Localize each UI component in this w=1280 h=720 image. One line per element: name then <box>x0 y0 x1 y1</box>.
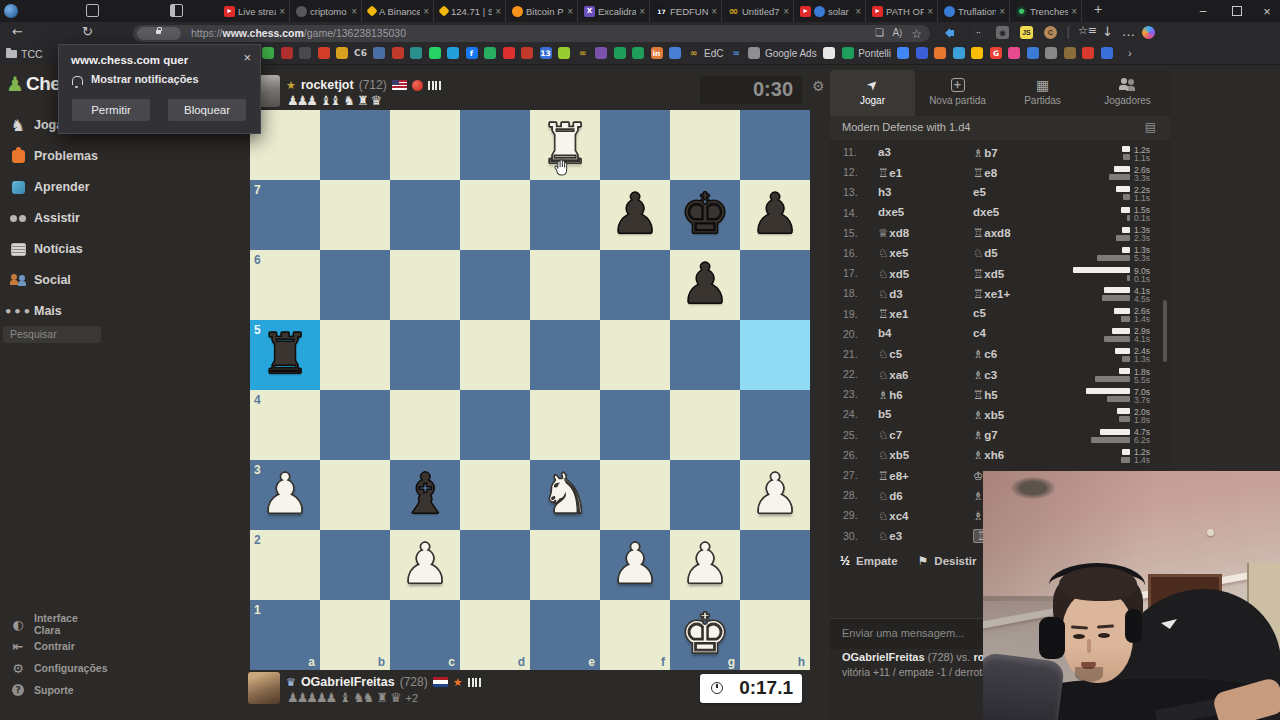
bookmark-favicon[interactable] <box>916 47 928 59</box>
bookmark-favicon[interactable] <box>669 47 681 59</box>
white-pawn[interactable]: ♟ <box>390 530 460 600</box>
white-move[interactable]: ♕xd8 <box>878 226 909 240</box>
square-d6[interactable] <box>460 250 530 320</box>
square-a5[interactable]: 5♜ <box>250 320 320 390</box>
divider: | <box>1066 24 1070 39</box>
infinity-favicon: ∞ <box>728 6 739 17</box>
sidebar-item-problemas[interactable]: Problemas <box>0 143 105 169</box>
player-bottom-rating: (728) <box>400 675 428 689</box>
white-move[interactable]: ♘xd5 <box>878 267 909 281</box>
tab-close-icon[interactable]: × <box>999 6 1005 17</box>
bookmark-favicon[interactable]: ∞ <box>730 47 742 59</box>
binance-favicon <box>438 5 449 16</box>
yt-favicon <box>224 6 235 17</box>
white-move[interactable]: ♘c7 <box>878 428 902 442</box>
square-d8[interactable] <box>460 110 530 180</box>
panel-tab-jogadores[interactable]: Jogadores <box>1085 70 1170 116</box>
bookmark-favicon[interactable] <box>410 47 422 59</box>
bookmark-favicon[interactable]: f <box>466 47 478 59</box>
copilot-icon[interactable] <box>1142 26 1155 39</box>
bookmark-favicon[interactable] <box>1045 47 1057 59</box>
file-label: e <box>588 655 595 669</box>
white-pawn[interactable]: ♟ <box>740 460 810 530</box>
square-d2[interactable] <box>460 530 530 600</box>
star-flair-icon: ★ <box>286 79 296 92</box>
move-row[interactable]: 15.♕xd8♖axd81.3s2.3s <box>830 224 1170 244</box>
sidebar-footer-suporte[interactable]: ?Suporte <box>0 679 105 701</box>
black-rook[interactable]: ♜ <box>250 320 320 390</box>
white-move[interactable]: b5 <box>878 408 891 420</box>
bookmark-favicon[interactable] <box>748 47 760 59</box>
bookmark-favicon[interactable] <box>1082 47 1094 59</box>
browser-tab[interactable]: Bitcoin P× <box>506 0 578 22</box>
black-move[interactable]: ♖xe1+ <box>973 287 1010 301</box>
bookmark-favicon[interactable]: G <box>990 47 1002 59</box>
square-e3[interactable]: ♞ <box>530 460 600 530</box>
captured-piece-group: ♞♞ <box>353 690 372 705</box>
square-g6[interactable]: ♟ <box>670 250 740 320</box>
bookmark-favicon[interactable] <box>897 47 909 59</box>
folder-icon <box>6 50 17 58</box>
white-pawn[interactable]: ♟ <box>670 530 740 600</box>
btc-favicon <box>512 6 523 17</box>
black-move[interactable]: ♖h5 <box>973 388 998 402</box>
tab-close-icon[interactable]: × <box>783 6 789 17</box>
move-row[interactable]: 11.a3♗b71.2s1.1s <box>830 143 1170 163</box>
move-row[interactable]: 17.♘xd5♖xd59.0s0.1s <box>830 264 1170 284</box>
bookmark-favicon[interactable] <box>595 47 607 59</box>
square-h1[interactable]: h <box>740 600 810 670</box>
bookmarks-overflow-icon[interactable]: › <box>1128 47 1132 59</box>
black-pawn[interactable]: ♟ <box>600 180 670 250</box>
black-move[interactable]: ♖xd5 <box>973 267 1004 281</box>
url-text: https://www.chess.com/game/136238135030 <box>191 27 406 39</box>
more-menu-icon[interactable]: … <box>1122 24 1135 39</box>
sidebar-item-mais[interactable]: •••Mais <box>0 298 105 324</box>
move-row[interactable]: 16.♘xe5♘d51.3s5.3s <box>830 244 1170 264</box>
square-h6[interactable] <box>740 250 810 320</box>
square-a3[interactable]: 3♟ <box>250 460 320 530</box>
popup-title: www.chess.com quer <box>71 54 188 66</box>
connection-bars-icon <box>468 678 481 687</box>
back-icon[interactable]: ← <box>12 24 23 39</box>
search-input[interactable]: Pesquisar <box>3 326 101 343</box>
bookmark-favicon[interactable] <box>614 47 626 59</box>
black-move[interactable]: e5 <box>973 186 986 198</box>
square-e7[interactable] <box>530 180 600 250</box>
bookmark-favicon[interactable] <box>632 47 644 59</box>
black-move[interactable]: ♗xb5 <box>973 408 1004 422</box>
black-bishop[interactable]: ♝ <box>390 460 460 530</box>
bookmark-favicon[interactable] <box>262 47 274 59</box>
black-pawn[interactable]: ♟ <box>670 250 740 320</box>
tab-close-icon[interactable]: × <box>351 6 357 17</box>
panel-tab-partidas[interactable]: ▦Partidas <box>1000 70 1085 116</box>
square-h4[interactable] <box>740 390 810 460</box>
move-row[interactable]: 23.♗h6♖h57.0s3.7s <box>830 385 1170 405</box>
draw-button[interactable]: ½ Empate <box>840 554 898 568</box>
extension-js-icon[interactable]: JS <box>1020 26 1033 39</box>
move-row[interactable]: 12.♖e1♖e82.6s3.3s <box>830 163 1170 183</box>
white-move[interactable]: ♖e8+ <box>878 469 909 483</box>
site-permissions-chip[interactable] <box>137 27 181 40</box>
favorite-star-icon[interactable]: ☆ <box>911 27 922 41</box>
browser-tab[interactable]: A Binance× <box>362 0 434 22</box>
read-aloud-icon[interactable]: A) <box>893 27 902 38</box>
social-icon <box>10 272 26 288</box>
square-e4[interactable] <box>530 390 600 460</box>
white-move[interactable]: ♘d6 <box>878 489 903 503</box>
bookmark-favicon[interactable] <box>842 47 854 59</box>
bookmark-favicon[interactable] <box>1064 47 1076 59</box>
excalidraw-favicon: X <box>584 6 595 17</box>
square-b4[interactable] <box>320 390 390 460</box>
white-move[interactable]: a3 <box>878 146 891 158</box>
square-g1[interactable]: g♚ <box>670 600 740 670</box>
bookmark-favicon[interactable] <box>503 47 515 59</box>
news-icon <box>10 241 26 257</box>
square-e5[interactable] <box>530 320 600 390</box>
microphone <box>983 652 1065 720</box>
tab-close-icon[interactable]: × <box>639 6 645 17</box>
browser-profile-icon[interactable] <box>4 4 18 18</box>
footer-icon: ⇤ <box>10 638 26 654</box>
square-c2[interactable]: ♟ <box>390 530 460 600</box>
bookmark-favicon[interactable] <box>484 47 496 59</box>
captured-piece-group: ♝ <box>339 690 349 705</box>
black-move[interactable]: ♗c3 <box>973 368 997 382</box>
bookmark-favicon[interactable] <box>521 47 533 59</box>
player-top-name[interactable]: rocketjot <box>301 78 354 92</box>
white-pawn[interactable]: ♟ <box>600 530 670 600</box>
allow-button[interactable]: Permitir <box>72 99 150 121</box>
browser-tab[interactable]: Truflation× <box>938 0 1010 22</box>
captured-piece-group: ♞ <box>343 93 353 108</box>
logo-pawn-icon: ♟ <box>6 72 24 96</box>
bookmark-favicon[interactable] <box>447 47 459 59</box>
square-h7[interactable]: ♟ <box>740 180 810 250</box>
bookmark-favicon[interactable] <box>1101 47 1113 59</box>
square-h3[interactable]: ♟ <box>740 460 810 530</box>
black-move[interactable]: ♗g7 <box>973 428 998 442</box>
browser-tab[interactable]: XExcalidra× <box>578 0 650 22</box>
white-move[interactable]: ♘xe5 <box>878 246 909 260</box>
white-move[interactable]: b4 <box>878 327 891 339</box>
square-e6[interactable] <box>530 250 600 320</box>
browser-tab[interactable]: criptomo× <box>290 0 362 22</box>
move-row[interactable]: 19.♖xe1c52.6s1.4s <box>830 305 1170 325</box>
site-favicon <box>814 6 825 17</box>
square-d5[interactable] <box>460 320 530 390</box>
move-row[interactable]: 14.dxe5dxe51.5s0.1s <box>830 204 1170 224</box>
move-row[interactable]: 18.♘d3♖xe1+4.1s4.5s <box>830 284 1170 304</box>
black-move[interactable]: ♖e8 <box>973 166 997 180</box>
bookmark-favicon[interactable] <box>823 47 835 59</box>
grid-icon: ▦ <box>1000 77 1085 92</box>
square-b1[interactable]: b <box>320 600 390 670</box>
bookmark-favicon[interactable] <box>336 47 348 59</box>
sidebar-footer-configurações[interactable]: ⚙Configurações <box>0 657 105 679</box>
square-d7[interactable] <box>460 180 530 250</box>
black-move[interactable]: c4 <box>973 327 986 339</box>
white-move[interactable]: ♗h6 <box>878 388 903 402</box>
captured-piece-group: ♟♟♟♟♟ <box>287 690 335 705</box>
bookmark-label[interactable]: Pontelli <box>858 48 891 59</box>
bookmark-favicon[interactable] <box>1008 47 1020 59</box>
square-e1[interactable]: e <box>530 600 600 670</box>
sidebar-item-notícias[interactable]: Notícias <box>0 236 105 262</box>
rank-label: 1 <box>254 603 261 617</box>
square-c4[interactable] <box>390 390 460 460</box>
gear-icon[interactable]: ⚙ <box>812 78 825 94</box>
window-maximize-button[interactable] <box>1220 0 1254 22</box>
bookmark-favicon[interactable]: C6 <box>355 47 367 59</box>
square-f1[interactable]: f <box>600 600 670 670</box>
panel-tab-nova-partida[interactable]: +Nova partida <box>915 70 1000 116</box>
square-b7[interactable] <box>320 180 390 250</box>
square-f8[interactable] <box>600 110 670 180</box>
notification-permission-popup: www.chess.com quer × Mostrar notificaçõe… <box>58 44 261 134</box>
popup-message: Mostrar notificações <box>91 73 199 85</box>
white-pawn[interactable]: ♟ <box>250 460 320 530</box>
bookmark-favicon[interactable]: in <box>651 47 663 59</box>
black-move[interactable]: ♖axd8 <box>973 226 1011 240</box>
learn-icon <box>10 179 26 195</box>
move-row[interactable]: 24.b5♗xb52.0s1.8s <box>830 405 1170 425</box>
bookmark-folder[interactable]: TCC <box>6 48 43 60</box>
square-c3[interactable]: ♝ <box>390 460 460 530</box>
square-f2[interactable]: ♟ <box>600 530 670 600</box>
square-c6[interactable] <box>390 250 460 320</box>
black-move[interactable]: ♗xh6 <box>973 448 1004 462</box>
bookmark-favicon[interactable]: 13 <box>540 47 552 59</box>
bookmark-favicon[interactable]: ∞ <box>577 47 589 59</box>
square-b6[interactable] <box>320 250 390 320</box>
square-h5[interactable] <box>740 320 810 390</box>
tab-close-icon[interactable]: × <box>279 6 285 17</box>
square-f7[interactable]: ♟ <box>600 180 670 250</box>
leaf-favicon: ● <box>1016 6 1027 17</box>
black-move[interactable]: c5 <box>973 307 986 319</box>
white-move[interactable]: ♘e3 <box>878 529 902 543</box>
bookmark-favicon[interactable] <box>934 47 946 59</box>
square-b8[interactable] <box>320 110 390 180</box>
square-g5[interactable] <box>670 320 740 390</box>
bookmark-label[interactable]: Google Ads <box>765 48 817 59</box>
square-a6[interactable]: 6 <box>250 250 320 320</box>
square-h2[interactable] <box>740 530 810 600</box>
browser-navbar: ← ↻ https://www.chess.com/game/136238135… <box>0 22 1280 44</box>
window-minimize-button[interactable]: – <box>1186 0 1220 22</box>
sidebar-footer-contrair[interactable]: ⇤Contrair <box>0 635 105 657</box>
white-move[interactable]: ♖e1 <box>878 166 902 180</box>
sidebar-item-social[interactable]: Social <box>0 267 105 293</box>
browser-tab[interactable]: PATH OF× <box>866 0 938 22</box>
fire-flair-icon: ★ <box>453 676 463 689</box>
material-advantage: +2 <box>406 692 419 704</box>
square-b2[interactable] <box>320 530 390 600</box>
tab-audio-icon[interactable] <box>950 30 954 36</box>
split-screen-icon[interactable]: ❏ <box>875 27 884 38</box>
white-move[interactable]: ♘d3 <box>878 287 903 301</box>
close-icon[interactable]: × <box>243 50 251 65</box>
binance-favicon <box>366 5 377 16</box>
square-c1[interactable]: c <box>390 600 460 670</box>
player-top-info: ★ rocketjot (712) <box>286 78 441 92</box>
bookmark-favicon[interactable] <box>373 47 385 59</box>
move-row[interactable]: 26.♘xb5♗xh61.2s1.4s <box>830 446 1170 466</box>
square-h8[interactable] <box>740 110 810 180</box>
bookmark-label[interactable]: EdC <box>704 48 723 59</box>
workspaces-icon[interactable] <box>86 4 99 17</box>
square-g4[interactable] <box>670 390 740 460</box>
browser-tab[interactable]: 17FEDFUND× <box>650 0 722 22</box>
white-king[interactable]: ♚ <box>670 600 740 670</box>
tab-close-icon[interactable]: × <box>711 6 717 17</box>
square-d3[interactable] <box>460 460 530 530</box>
move-row[interactable]: 22.♘xa6♗c31.8s5.5s <box>830 365 1170 385</box>
extension-icon[interactable]: ◉ <box>996 26 1009 39</box>
extension-icon[interactable]: ·· <box>972 26 985 39</box>
bookmark-favicon[interactable] <box>953 47 965 59</box>
tab-actions-icon[interactable] <box>170 4 183 17</box>
refresh-icon[interactable]: ↻ <box>82 24 93 39</box>
youtube-favicon <box>800 6 811 17</box>
black-move[interactable]: ♗c6 <box>973 347 997 361</box>
tv17-favicon: 17 <box>656 6 667 17</box>
player-top-rating: (712) <box>359 78 387 92</box>
browser-tab[interactable]: solar× <box>794 0 866 22</box>
captured-piece-group: ♜ <box>357 93 367 108</box>
bookmark-favicon[interactable] <box>299 47 311 59</box>
bookmark-favicon[interactable] <box>392 47 404 59</box>
cookie-extension-icon[interactable]: C <box>1044 26 1057 39</box>
square-a1[interactable]: 1a <box>250 600 320 670</box>
scrollbar-thumb[interactable] <box>1163 300 1167 362</box>
footer-icon: ⚙ <box>10 660 26 676</box>
player-bottom-name[interactable]: OGabrielFreitas <box>301 675 395 689</box>
square-f3[interactable] <box>600 460 670 530</box>
square-d4[interactable] <box>460 390 530 460</box>
tab-list: Live strea×criptomo×A Binance×124.71 | S… <box>218 0 1084 22</box>
downloads-icon[interactable]: ↓ <box>1102 24 1113 39</box>
sidebar-footer-interface-clara[interactable]: ◐Interface Clara <box>0 613 105 635</box>
ceiling-light <box>1011 477 1055 499</box>
g-favicon <box>296 6 307 17</box>
new-tab-button[interactable]: + <box>1088 1 1108 17</box>
square-c5[interactable] <box>390 320 460 390</box>
bookmark-favicon[interactable]: ∞ <box>688 47 700 59</box>
tab-close-icon[interactable]: × <box>495 6 501 17</box>
white-move[interactable]: ♘xb5 <box>878 448 909 462</box>
sidebar-item-aprender[interactable]: Aprender <box>0 174 105 200</box>
white-move[interactable]: ♘xc4 <box>878 509 909 523</box>
square-b5[interactable] <box>320 320 390 390</box>
square-e2[interactable] <box>530 530 600 600</box>
square-g2[interactable]: ♟ <box>670 530 740 600</box>
square-c7[interactable] <box>390 180 460 250</box>
clock-icon <box>711 682 723 694</box>
square-f6[interactable] <box>600 250 670 320</box>
white-move[interactable]: ♘c5 <box>878 347 902 361</box>
white-knight[interactable]: ♞ <box>530 460 600 530</box>
white-move[interactable]: ♖xe1 <box>878 307 909 321</box>
move-row[interactable]: 13.h3e52.2s1.1s <box>830 183 1170 203</box>
square-a7[interactable]: 7 <box>250 180 320 250</box>
tab-close-icon[interactable]: × <box>1071 6 1077 17</box>
black-pawn[interactable]: ♟ <box>740 180 810 250</box>
black-move[interactable]: dxe5 <box>973 206 999 218</box>
square-a4[interactable]: 4 <box>250 390 320 460</box>
bookmark-favicon[interactable] <box>1027 47 1039 59</box>
black-move[interactable]: ♗b7 <box>973 146 998 160</box>
browser-tab[interactable]: ∞Untitled7× <box>722 0 794 22</box>
bookmark-favicon[interactable] <box>971 47 983 59</box>
browser-tab[interactable]: Live strea× <box>218 0 290 22</box>
move-row[interactable]: 25.♘c7♗g74.7s6.2s <box>830 426 1170 446</box>
sidebar-item-assistir[interactable]: Assistir <box>0 205 105 231</box>
square-d1[interactable]: d <box>460 600 530 670</box>
square-f5[interactable] <box>600 320 670 390</box>
black-move[interactable]: ♘d5 <box>973 246 998 260</box>
opening-row[interactable]: Modern Defense with 1.d4 ▤ <box>830 116 1170 140</box>
clock-bottom: 0:17.1 <box>700 674 802 703</box>
browser-tab[interactable]: ●Trenches× <box>1010 0 1082 22</box>
captured-piece-group: ♟♟♟ <box>287 93 316 108</box>
white-move[interactable]: dxe5 <box>878 206 904 218</box>
chess-board[interactable]: 8♜7♟♚♟6♟5♜43♟♝♞♟2♟♟♟1abcdefg♚h <box>250 110 810 670</box>
webcam-overlay <box>983 471 1280 720</box>
clock-top: 0:30 <box>700 76 802 104</box>
square-g7[interactable]: ♚ <box>670 180 740 250</box>
file-label: h <box>798 655 805 669</box>
block-button[interactable]: Bloquear <box>168 99 246 121</box>
footer-icon: ? <box>10 682 26 698</box>
bookmark-favicon[interactable] <box>558 47 570 59</box>
browser-tab[interactable]: 124.71 | S× <box>434 0 506 22</box>
square-c8[interactable] <box>390 110 460 180</box>
hand-cursor <box>552 158 570 180</box>
white-move[interactable]: h3 <box>878 186 891 198</box>
address-bar[interactable]: https://www.chess.com/game/136238135030 … <box>133 25 930 42</box>
bookmark-favicon[interactable] <box>318 47 330 59</box>
window-close-button[interactable]: × <box>1254 0 1280 22</box>
white-move[interactable]: ♘xa6 <box>878 368 909 382</box>
plus-icon: + <box>915 77 1000 92</box>
favorites-list-icon[interactable]: ☆≡ <box>1078 24 1097 37</box>
panel-tab-jogar[interactable]: ➤Jogar <box>830 70 915 116</box>
square-a2[interactable]: 2 <box>250 530 320 600</box>
move-row[interactable]: 20.b4c42.9s4.1s <box>830 325 1170 345</box>
file-label: d <box>518 655 525 669</box>
bookmark-favicon[interactable] <box>281 47 293 59</box>
square-f4[interactable] <box>600 390 670 460</box>
browser-tab[interactable]: EParlamen× <box>1082 0 1084 22</box>
avatar[interactable] <box>248 672 280 704</box>
move-row[interactable]: 21.♘c5♗c62.4s1.3s <box>830 345 1170 365</box>
tab-close-icon[interactable]: × <box>567 6 573 17</box>
captured-piece-group: ♛ <box>390 690 400 705</box>
square-b3[interactable] <box>320 460 390 530</box>
bookmark-favicon[interactable] <box>429 47 441 59</box>
square-g3[interactable] <box>670 460 740 530</box>
resign-button[interactable]: ⚑ Desistir <box>918 554 977 568</box>
black-king[interactable]: ♚ <box>670 180 740 250</box>
square-g8[interactable] <box>670 110 740 180</box>
tab-close-icon[interactable]: × <box>927 6 933 17</box>
tab-close-icon[interactable]: × <box>855 6 861 17</box>
tab-close-icon[interactable]: × <box>423 6 429 17</box>
